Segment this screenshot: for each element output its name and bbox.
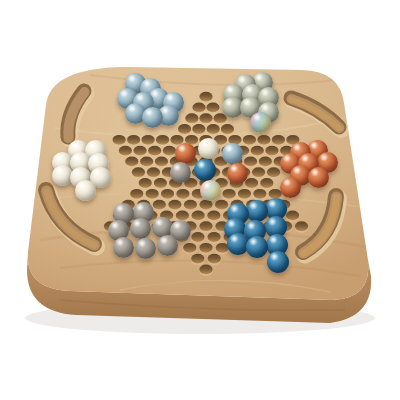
marble-slate-blue[interactable] [222, 143, 243, 164]
marble-gray[interactable] [157, 235, 178, 256]
chinese-checkers-photo [0, 0, 400, 400]
marble-gray[interactable] [113, 237, 134, 258]
marble-pearl-white[interactable] [75, 180, 96, 201]
marble-copper-red[interactable] [308, 167, 329, 188]
marble-copper-red[interactable] [280, 177, 301, 198]
marble-iridescent-clear[interactable] [250, 112, 271, 133]
marble-gray[interactable] [135, 238, 156, 259]
marble-gray[interactable] [170, 162, 191, 183]
marble-gray[interactable] [130, 218, 151, 239]
marble-gold-clear[interactable] [200, 180, 221, 201]
marble-pearl-white[interactable] [198, 138, 219, 159]
marble-dark-blue[interactable] [267, 251, 289, 273]
marble-slate-blue[interactable] [142, 107, 163, 128]
marble-dark-blue[interactable] [246, 236, 268, 258]
marble-dark-blue[interactable] [194, 159, 216, 181]
marble-copper-red[interactable] [175, 143, 196, 164]
marble-layer [0, 0, 400, 400]
marble-dark-blue[interactable] [246, 200, 268, 222]
marble-copper-red[interactable] [227, 163, 248, 184]
